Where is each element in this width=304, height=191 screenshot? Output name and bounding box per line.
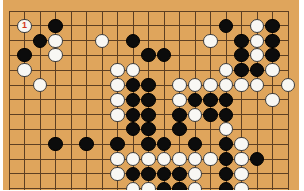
black-stone (17, 48, 31, 62)
white-stone (250, 34, 264, 48)
white-stone (203, 34, 217, 48)
grid-line-horizontal (9, 11, 289, 12)
white-stone (188, 152, 202, 166)
black-stone (126, 34, 140, 48)
black-stone (172, 108, 186, 122)
black-stone (265, 19, 279, 33)
black-stone (265, 48, 279, 62)
white-stone (250, 19, 264, 33)
white-stone (157, 152, 171, 166)
black-stone (219, 152, 233, 166)
white-stone (234, 152, 248, 166)
white-stone (265, 63, 279, 77)
grid-line-vertical (86, 11, 87, 190)
grid-line-vertical (9, 11, 10, 190)
black-stone (141, 108, 155, 122)
black-stone (219, 19, 233, 33)
white-stone (110, 167, 124, 181)
white-stone (48, 48, 62, 62)
white-stone (110, 93, 124, 107)
black-stone (110, 137, 124, 151)
black-stone (141, 167, 155, 181)
black-stone (157, 167, 171, 181)
black-stone (265, 34, 279, 48)
black-stone (141, 122, 155, 136)
black-stone (48, 137, 62, 151)
white-stone (126, 152, 140, 166)
black-stone (48, 19, 62, 33)
white-stone (203, 152, 217, 166)
black-stone (141, 93, 155, 107)
white-stone (265, 93, 279, 107)
white-stone (203, 78, 217, 92)
white-stone (33, 78, 47, 92)
black-stone (234, 63, 248, 77)
black-stone (203, 108, 217, 122)
white-stone (110, 63, 124, 77)
black-stone (188, 93, 202, 107)
white-stone (172, 78, 186, 92)
black-stone (172, 182, 186, 191)
black-stone (250, 152, 264, 166)
black-stone (172, 122, 186, 136)
white-stone (219, 78, 233, 92)
white-stone (188, 78, 202, 92)
white-stone (141, 152, 155, 166)
white-stone (172, 93, 186, 107)
black-stone (141, 48, 155, 62)
black-stone (141, 137, 155, 151)
move-number-label: 1 (22, 21, 27, 30)
white-stone (95, 34, 109, 48)
black-stone (141, 78, 155, 92)
black-stone (33, 34, 47, 48)
black-stone (219, 167, 233, 181)
white-stone (110, 108, 124, 122)
grid-line-vertical (288, 11, 289, 190)
white-stone (48, 34, 62, 48)
white-stone (110, 152, 124, 166)
left-white-margin (0, 0, 3, 190)
grid-line-vertical (24, 11, 25, 190)
black-stone (219, 93, 233, 107)
white-stone (234, 78, 248, 92)
black-stone (126, 108, 140, 122)
black-stone (172, 167, 186, 181)
white-stone (188, 167, 202, 181)
white-stone (17, 63, 31, 77)
black-stone (126, 167, 140, 181)
white-stone (234, 137, 248, 151)
right-white-margin (299, 0, 304, 190)
black-stone (203, 93, 217, 107)
white-stone (110, 78, 124, 92)
black-stone (79, 137, 93, 151)
go-board-screenshot: 1 (0, 0, 304, 190)
black-stone (126, 78, 140, 92)
white-stone (141, 182, 155, 191)
white-stone: 1 (17, 19, 31, 33)
white-stone (234, 182, 248, 191)
grid-line-vertical (71, 11, 72, 190)
black-stone (219, 108, 233, 122)
black-stone (126, 93, 140, 107)
white-stone (188, 108, 202, 122)
white-stone (250, 78, 264, 92)
black-stone (234, 34, 248, 48)
black-stone (234, 48, 248, 62)
white-stone (234, 167, 248, 181)
white-stone (172, 152, 186, 166)
white-stone (281, 78, 295, 92)
